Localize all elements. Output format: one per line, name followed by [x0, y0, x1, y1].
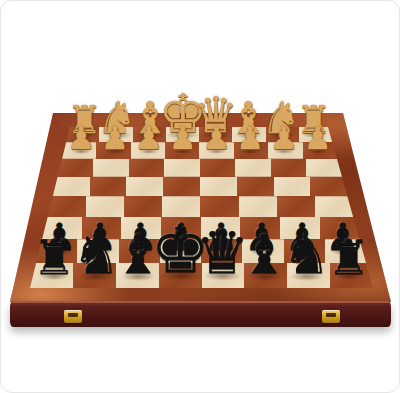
white-pawn: ♟	[101, 123, 129, 154]
square	[277, 196, 315, 217]
black-knight: ♞	[282, 228, 330, 282]
white-pawn: ♟	[304, 123, 332, 154]
square	[163, 177, 200, 196]
square	[306, 159, 342, 177]
white-pawn: ♟	[67, 123, 95, 154]
square	[129, 159, 165, 177]
white-pawn: ♟	[202, 123, 230, 154]
square	[235, 159, 271, 177]
square	[48, 196, 86, 217]
square	[53, 177, 90, 196]
square	[274, 177, 311, 196]
square	[310, 177, 347, 196]
square	[86, 196, 124, 217]
box-front-highlight	[12, 301, 389, 303]
white-pawn: ♟	[270, 123, 298, 154]
black-rook: ♜	[33, 234, 76, 282]
square	[58, 159, 94, 177]
square	[90, 177, 127, 196]
square	[93, 159, 129, 177]
square	[237, 177, 274, 196]
board-row	[58, 159, 342, 177]
white-pawn: ♟	[135, 123, 163, 154]
black-rook: ♜	[327, 234, 370, 282]
white-pawn: ♟	[168, 123, 196, 154]
square	[315, 196, 353, 217]
brass-latch-icon	[322, 310, 340, 323]
board-row	[53, 177, 348, 196]
square	[126, 177, 163, 196]
square	[200, 159, 236, 177]
square	[164, 159, 200, 177]
square	[200, 177, 237, 196]
white-pawn: ♟	[236, 123, 264, 154]
square	[239, 196, 277, 217]
brass-latch-icon	[64, 310, 82, 323]
square	[271, 159, 307, 177]
